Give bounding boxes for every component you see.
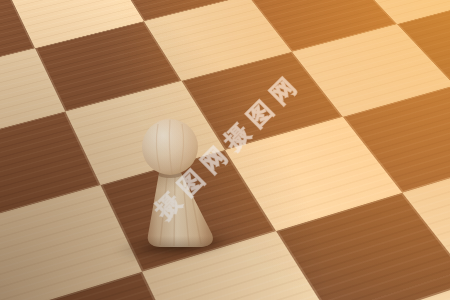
pawn-piece bbox=[120, 117, 220, 252]
camera-roll-wrapper bbox=[0, 0, 450, 300]
pawn-illustration bbox=[120, 117, 220, 252]
stock-photo-chessboard-pawn: 摄图网摄图网 bbox=[0, 0, 450, 300]
chessboard bbox=[0, 0, 450, 300]
